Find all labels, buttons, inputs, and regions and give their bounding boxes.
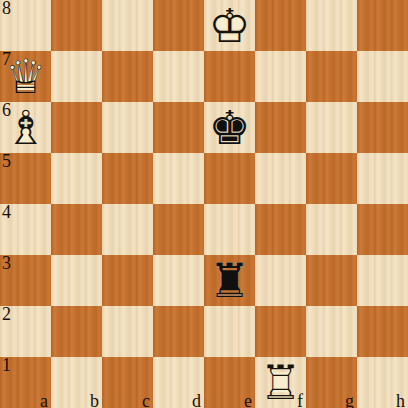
- square-g2[interactable]: [306, 306, 357, 357]
- square-b1[interactable]: b: [51, 357, 102, 408]
- square-f8[interactable]: [255, 0, 306, 51]
- square-c2[interactable]: [102, 306, 153, 357]
- square-d8[interactable]: [153, 0, 204, 51]
- square-h6[interactable]: [357, 102, 408, 153]
- square-d6[interactable]: [153, 102, 204, 153]
- square-d7[interactable]: [153, 51, 204, 102]
- file-label-d: d: [192, 392, 201, 408]
- file-label-h: h: [396, 392, 405, 408]
- chess-board: 8♚♔7♛♕6♝♗♔♚543♖♜21abcdef♜♖gh: [0, 0, 408, 408]
- square-a5[interactable]: 5: [0, 153, 51, 204]
- square-e6[interactable]: ♔♚: [204, 102, 255, 153]
- square-f1[interactable]: f♜♖: [255, 357, 306, 408]
- square-c7[interactable]: [102, 51, 153, 102]
- file-label-a: a: [40, 392, 48, 408]
- square-d2[interactable]: [153, 306, 204, 357]
- white-rook[interactable]: ♜♖: [255, 357, 306, 408]
- square-h7[interactable]: [357, 51, 408, 102]
- rank-label-4: 4: [2, 203, 11, 221]
- rank-label-2: 2: [2, 305, 11, 323]
- square-a1[interactable]: 1a: [0, 357, 51, 408]
- square-h5[interactable]: [357, 153, 408, 204]
- square-b7[interactable]: [51, 51, 102, 102]
- square-a8[interactable]: 8: [0, 0, 51, 51]
- square-a3[interactable]: 3: [0, 255, 51, 306]
- square-a7[interactable]: 7♛♕: [0, 51, 51, 102]
- rank-label-1: 1: [2, 356, 11, 374]
- rank-label-3: 3: [2, 254, 11, 272]
- piece-glyph-over: ♖: [255, 357, 306, 408]
- file-label-c: c: [142, 392, 150, 408]
- square-f2[interactable]: [255, 306, 306, 357]
- square-g7[interactable]: [306, 51, 357, 102]
- square-d4[interactable]: [153, 204, 204, 255]
- square-d5[interactable]: [153, 153, 204, 204]
- square-h4[interactable]: [357, 204, 408, 255]
- black-king[interactable]: ♔♚: [204, 102, 255, 153]
- square-a2[interactable]: 2: [0, 306, 51, 357]
- square-d3[interactable]: [153, 255, 204, 306]
- square-g3[interactable]: [306, 255, 357, 306]
- piece-glyph-over: ♜: [204, 255, 255, 306]
- square-c5[interactable]: [102, 153, 153, 204]
- square-a6[interactable]: 6♝♗: [0, 102, 51, 153]
- white-king[interactable]: ♚♔: [204, 0, 255, 51]
- square-h3[interactable]: [357, 255, 408, 306]
- square-e7[interactable]: [204, 51, 255, 102]
- square-d1[interactable]: d: [153, 357, 204, 408]
- square-g4[interactable]: [306, 204, 357, 255]
- white-bishop[interactable]: ♝♗: [0, 102, 51, 153]
- square-g8[interactable]: [306, 0, 357, 51]
- square-h8[interactable]: [357, 0, 408, 51]
- square-e1[interactable]: e: [204, 357, 255, 408]
- white-queen[interactable]: ♛♕: [0, 51, 51, 102]
- black-rook[interactable]: ♖♜: [204, 255, 255, 306]
- square-b6[interactable]: [51, 102, 102, 153]
- square-h1[interactable]: h: [357, 357, 408, 408]
- square-f4[interactable]: [255, 204, 306, 255]
- piece-glyph-over: ♕: [0, 51, 51, 102]
- square-f6[interactable]: [255, 102, 306, 153]
- square-b4[interactable]: [51, 204, 102, 255]
- square-e3[interactable]: ♖♜: [204, 255, 255, 306]
- file-label-b: b: [90, 392, 99, 408]
- piece-glyph-over: ♚: [204, 102, 255, 153]
- square-h2[interactable]: [357, 306, 408, 357]
- square-f3[interactable]: [255, 255, 306, 306]
- square-b3[interactable]: [51, 255, 102, 306]
- square-c6[interactable]: [102, 102, 153, 153]
- square-c3[interactable]: [102, 255, 153, 306]
- square-b2[interactable]: [51, 306, 102, 357]
- square-b8[interactable]: [51, 0, 102, 51]
- piece-glyph-over: ♗: [0, 102, 51, 153]
- file-label-g: g: [345, 392, 354, 408]
- square-a4[interactable]: 4: [0, 204, 51, 255]
- file-label-e: e: [244, 392, 252, 408]
- square-g6[interactable]: [306, 102, 357, 153]
- square-e8[interactable]: ♚♔: [204, 0, 255, 51]
- square-g1[interactable]: g: [306, 357, 357, 408]
- rank-label-8: 8: [2, 0, 11, 17]
- square-c8[interactable]: [102, 0, 153, 51]
- square-b5[interactable]: [51, 153, 102, 204]
- square-e2[interactable]: [204, 306, 255, 357]
- square-c4[interactable]: [102, 204, 153, 255]
- square-f7[interactable]: [255, 51, 306, 102]
- square-e4[interactable]: [204, 204, 255, 255]
- square-g5[interactable]: [306, 153, 357, 204]
- square-f5[interactable]: [255, 153, 306, 204]
- square-e5[interactable]: [204, 153, 255, 204]
- square-c1[interactable]: c: [102, 357, 153, 408]
- piece-glyph-over: ♔: [204, 0, 255, 51]
